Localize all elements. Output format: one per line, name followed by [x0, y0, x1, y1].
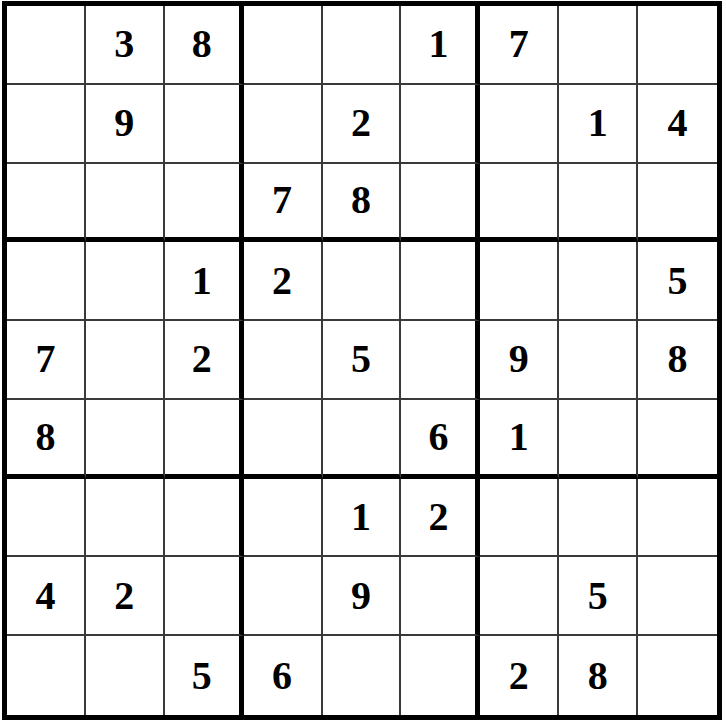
cell-r2c3[interactable]	[165, 85, 244, 164]
cell-r6c8[interactable]	[559, 400, 638, 479]
cell-r9c7[interactable]: 2	[480, 636, 559, 715]
cell-r4c3[interactable]: 1	[165, 242, 244, 321]
cell-r1c7[interactable]: 7	[480, 6, 559, 85]
cell-r8c6[interactable]	[401, 557, 480, 636]
cell-r6c5[interactable]	[323, 400, 402, 479]
cell-r5c2[interactable]	[86, 321, 165, 400]
cell-r2c2[interactable]: 9	[86, 85, 165, 164]
cell-r4c7[interactable]	[480, 242, 559, 321]
cell-r6c4[interactable]	[244, 400, 323, 479]
cell-r2c5[interactable]: 2	[323, 85, 402, 164]
cell-r2c6[interactable]	[401, 85, 480, 164]
cell-r7c5[interactable]: 1	[323, 479, 402, 558]
cell-r5c8[interactable]	[559, 321, 638, 400]
cell-r3c3[interactable]	[165, 164, 244, 243]
cell-r2c7[interactable]	[480, 85, 559, 164]
cell-r1c1[interactable]	[7, 6, 86, 85]
cell-r6c9[interactable]	[638, 400, 717, 479]
cell-r3c8[interactable]	[559, 164, 638, 243]
cell-r1c2[interactable]: 3	[86, 6, 165, 85]
cell-r4c2[interactable]	[86, 242, 165, 321]
cell-r5c9[interactable]: 8	[638, 321, 717, 400]
cell-r4c6[interactable]	[401, 242, 480, 321]
sudoku-page: 3817921478125725988611242955628	[0, 0, 726, 726]
cell-r6c1[interactable]: 8	[7, 400, 86, 479]
cell-r9c1[interactable]	[7, 636, 86, 715]
cell-r8c8[interactable]: 5	[559, 557, 638, 636]
cell-r6c6[interactable]: 6	[401, 400, 480, 479]
cell-r9c4[interactable]: 6	[244, 636, 323, 715]
cell-r3c7[interactable]	[480, 164, 559, 243]
cell-r2c1[interactable]	[7, 85, 86, 164]
cell-r4c8[interactable]	[559, 242, 638, 321]
cell-r4c1[interactable]	[7, 242, 86, 321]
cell-r4c4[interactable]: 2	[244, 242, 323, 321]
cell-r8c7[interactable]	[480, 557, 559, 636]
cell-r3c2[interactable]	[86, 164, 165, 243]
cell-r6c3[interactable]	[165, 400, 244, 479]
cell-r1c4[interactable]	[244, 6, 323, 85]
cell-r5c6[interactable]	[401, 321, 480, 400]
cell-r3c6[interactable]	[401, 164, 480, 243]
cell-r8c4[interactable]	[244, 557, 323, 636]
cell-r5c5[interactable]: 5	[323, 321, 402, 400]
cell-r3c4[interactable]: 7	[244, 164, 323, 243]
cell-r5c4[interactable]	[244, 321, 323, 400]
cell-r1c6[interactable]: 1	[401, 6, 480, 85]
cell-r5c7[interactable]: 9	[480, 321, 559, 400]
cell-r9c5[interactable]	[323, 636, 402, 715]
cell-r8c2[interactable]: 2	[86, 557, 165, 636]
cell-r4c5[interactable]	[323, 242, 402, 321]
cell-r5c1[interactable]: 7	[7, 321, 86, 400]
cell-r9c6[interactable]	[401, 636, 480, 715]
cell-r7c9[interactable]	[638, 479, 717, 558]
cell-r9c9[interactable]	[638, 636, 717, 715]
cell-r8c3[interactable]	[165, 557, 244, 636]
cell-r7c3[interactable]	[165, 479, 244, 558]
cell-r1c8[interactable]	[559, 6, 638, 85]
cell-r6c2[interactable]	[86, 400, 165, 479]
cell-r3c5[interactable]: 8	[323, 164, 402, 243]
cell-r8c1[interactable]: 4	[7, 557, 86, 636]
cell-r3c1[interactable]	[7, 164, 86, 243]
cell-r3c9[interactable]	[638, 164, 717, 243]
cell-r1c9[interactable]	[638, 6, 717, 85]
cell-r7c8[interactable]	[559, 479, 638, 558]
cell-r7c1[interactable]	[7, 479, 86, 558]
cell-r1c5[interactable]	[323, 6, 402, 85]
cell-r9c3[interactable]: 5	[165, 636, 244, 715]
cell-r2c9[interactable]: 4	[638, 85, 717, 164]
cell-r7c6[interactable]: 2	[401, 479, 480, 558]
cell-r7c7[interactable]	[480, 479, 559, 558]
cell-r8c9[interactable]	[638, 557, 717, 636]
cell-r9c2[interactable]	[86, 636, 165, 715]
cell-r7c2[interactable]	[86, 479, 165, 558]
sudoku-board: 3817921478125725988611242955628	[2, 1, 722, 720]
cell-r4c9[interactable]: 5	[638, 242, 717, 321]
cell-r2c8[interactable]: 1	[559, 85, 638, 164]
cell-r2c4[interactable]	[244, 85, 323, 164]
cell-r1c3[interactable]: 8	[165, 6, 244, 85]
cell-r5c3[interactable]: 2	[165, 321, 244, 400]
cell-r8c5[interactable]: 9	[323, 557, 402, 636]
cell-r9c8[interactable]: 8	[559, 636, 638, 715]
cell-r7c4[interactable]	[244, 479, 323, 558]
cell-r6c7[interactable]: 1	[480, 400, 559, 479]
